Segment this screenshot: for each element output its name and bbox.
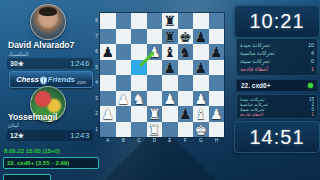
move-eval-annotation: 22. cxd6+ (3.55→2.99) [3,157,99,169]
square-e2[interactable] [162,106,178,122]
square-h7[interactable] [209,29,225,45]
square-c2[interactable] [131,106,147,122]
piece-white-pawn: ♟ [162,91,178,107]
logo-text-chess: Chess [16,75,39,84]
square-g3[interactable]: ♟ [193,91,209,107]
square-a5[interactable] [100,60,116,76]
square-a7[interactable] [100,29,116,45]
file-label: A [100,137,116,144]
file-labels: ABCDEFGH [100,137,224,144]
square-h3[interactable] [209,91,225,107]
player-bottom-stars: 12★ [10,132,24,140]
stat-row-ok: تحركات مناسبة4 [240,50,314,56]
square-c7[interactable] [131,29,147,45]
square-d2[interactable]: ♜ [147,106,163,122]
square-d4[interactable] [147,75,163,91]
stat-row-bad: تحركات سيئة0 [240,58,314,64]
square-b1[interactable] [116,122,132,138]
square-d7[interactable] [147,29,163,45]
square-g2[interactable]: ♝ [193,106,209,122]
clock-bottom-player: 14:51 [234,121,320,153]
square-b3[interactable]: ♟ [116,91,132,107]
square-a2[interactable]: ♟ [100,106,116,122]
file-label: H [209,137,225,144]
stat-row-blunder: أخطاء فادحة1 [240,66,314,72]
square-c6[interactable] [131,44,147,60]
piece-white-rook: ♜ [147,106,163,122]
square-c1[interactable] [131,122,147,138]
square-c8[interactable] [131,13,147,29]
piece-black-pawn: ♟ [178,106,194,122]
square-f4[interactable] [178,75,194,91]
square-f3[interactable] [178,91,194,107]
square-e7[interactable]: ♜ [162,29,178,45]
square-h1[interactable] [209,122,225,138]
logo-text-friends: Friends [48,75,75,84]
square-b5[interactable] [116,60,132,76]
square-f2[interactable]: ♟ [178,106,194,122]
file-label: E [162,137,178,144]
piece-black-king: ♚ [178,29,194,45]
annotation-next-partial [3,174,51,180]
square-d8[interactable] [147,13,163,29]
piece-white-king: ♚ [193,122,209,138]
square-e4[interactable] [162,75,178,91]
player-top-name: David Alvarado7 [8,40,98,50]
stat-row-blunder: أخطاء فادحة1 [240,112,314,117]
square-h2[interactable]: ♟ [209,106,225,122]
square-b4[interactable] [116,75,132,91]
current-move-row[interactable]: 22. cxd6+ [236,79,318,92]
square-b8[interactable] [116,13,132,29]
clock-top-player: 10:21 [234,5,320,38]
square-c5[interactable] [131,60,147,76]
rank-label: 3 [94,91,99,107]
square-d3[interactable] [147,91,163,107]
piece-black-knight: ♞ [178,44,194,60]
square-h5[interactable] [209,60,225,76]
square-b7[interactable] [116,29,132,45]
player-top-stars: 30★ [10,60,24,68]
game-info-line: 8.06.22 15:00 (15+0) [4,148,104,154]
piece-white-pawn: ♟ [116,91,132,107]
piece-black-pawn: ♟ [209,44,225,60]
square-f1[interactable] [178,122,194,138]
piece-black-rook: ♜ [162,13,178,29]
rank-labels: 87654321 [94,13,99,137]
square-f5[interactable] [178,60,194,76]
logo-text-com: .com [76,80,86,85]
square-g6[interactable] [193,44,209,60]
square-a4[interactable] [100,75,116,91]
piece-white-knight: ♞ [131,91,147,107]
rank-label: 5 [94,60,99,76]
chess-board: ♜♜♚♟♟♟♝♞♟♟♟♟♞♟♟♟♜♟♝♟♜♚ [100,13,224,137]
square-f6[interactable]: ♞ [178,44,194,60]
piece-black-pawn: ♟ [162,60,178,76]
square-a1[interactable] [100,122,116,138]
square-d5[interactable] [147,60,163,76]
player-top-country: المكسيك [8,51,98,57]
rank-label: 7 [94,29,99,45]
piece-black-pawn: ♟ [100,44,116,60]
file-label: C [131,137,147,144]
square-g7[interactable]: ♟ [193,29,209,45]
square-a3[interactable] [100,91,116,107]
square-h6[interactable]: ♟ [209,44,225,60]
current-move-text: 22. cxd6+ [241,82,270,89]
piece-white-pawn: ♟ [100,106,116,122]
file-label: D [147,137,163,144]
square-e3[interactable]: ♟ [162,91,178,107]
rank-label: 4 [94,75,99,91]
rank-label: 1 [94,122,99,138]
good-move-dot-icon [308,83,313,88]
piece-white-bishop: ♝ [193,106,209,122]
square-f8[interactable] [178,13,194,29]
square-d6[interactable]: ♟ [147,44,163,60]
square-e8[interactable]: ♜ [162,13,178,29]
square-c3[interactable]: ♞ [131,91,147,107]
square-b2[interactable] [116,106,132,122]
player-top-meta: 30★ 1246 [7,58,93,69]
rank-label: 6 [94,44,99,60]
square-a8[interactable] [100,13,116,29]
stat-row-good: تحركات جيدة10 [240,42,314,48]
square-g4[interactable] [193,75,209,91]
square-g5[interactable]: ♟ [193,60,209,76]
square-c4[interactable] [131,75,147,91]
piece-white-rook: ♜ [147,122,163,138]
game-screen: David Alvarado7 المكسيك 30★ 1246 Chess F… [0,0,320,180]
square-e5[interactable]: ♟ [162,60,178,76]
square-f7[interactable]: ♚ [178,29,194,45]
square-a6[interactable]: ♟ [100,44,116,60]
player-top-rating: 1246 [70,59,90,68]
stats-panel-bottom: تحركات جيدة15 تحركات مناسبة2 تحركات سيئة… [236,94,318,119]
square-h8[interactable] [209,13,225,29]
player-bottom-country: لبنان [8,122,98,128]
piece-white-pawn: ♟ [147,44,163,60]
file-label: G [193,137,209,144]
piece-black-pawn: ♟ [193,60,209,76]
stats-panel-top: تحركات جيدة10 تحركات مناسبة4 تحركات سيئة… [236,38,318,76]
player-bottom-rating: 1243 [70,131,90,140]
player-bottom-meta: 12★ 1243 [7,130,93,141]
player-bottom-name: Yossefmagil [8,112,98,122]
file-label: F [178,137,194,144]
piece-white-pawn: ♟ [193,91,209,107]
square-g1[interactable]: ♚ [193,122,209,138]
square-e1[interactable] [162,122,178,138]
square-b6[interactable] [116,44,132,60]
square-d1[interactable]: ♜ [147,122,163,138]
piece-black-pawn: ♟ [193,29,209,45]
piece-white-pawn: ♟ [209,106,225,122]
square-g8[interactable] [193,13,209,29]
rank-label: 2 [94,106,99,122]
file-label: B [116,137,132,144]
square-e6[interactable]: ♝ [162,44,178,60]
player-top-avatar[interactable] [30,4,66,40]
piece-black-rook: ♜ [162,29,178,45]
piece-black-bishop: ♝ [162,44,178,60]
rank-label: 8 [94,13,99,29]
square-h4[interactable] [209,75,225,91]
